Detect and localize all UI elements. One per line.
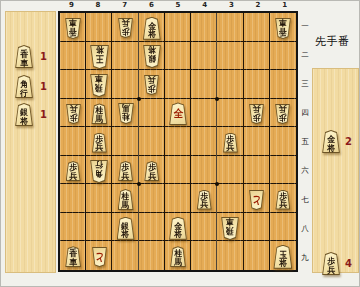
square-7b[interactable]: [112, 42, 138, 71]
square-4i[interactable]: [191, 241, 217, 270]
square-3d[interactable]: [217, 99, 243, 128]
gote-rook-8c[interactable]: 飛車: [90, 74, 108, 97]
file-label-1: 1: [275, 1, 295, 9]
square-4c[interactable]: [191, 70, 217, 99]
square-9h[interactable]: [60, 213, 86, 242]
sente-knight-7g[interactable]: 桂馬: [118, 189, 134, 210]
file-label-8: 8: [88, 1, 108, 9]
square-2b[interactable]: [244, 42, 270, 71]
rank-label-9: 九: [299, 253, 311, 263]
square-3f[interactable]: [217, 156, 243, 185]
square-1h[interactable]: [270, 213, 296, 242]
sente-hand-pawn[interactable]: 歩兵: [322, 252, 340, 275]
sente-gold-5h[interactable]: 金将: [169, 217, 187, 240]
square-6d[interactable]: [139, 99, 165, 128]
sente-gold-6a[interactable]: 金将: [143, 17, 161, 40]
sente-pawn-9f[interactable]: 歩兵: [66, 161, 81, 181]
sente-pawn-7f[interactable]: 歩兵: [118, 161, 133, 181]
square-4b[interactable]: [191, 42, 217, 71]
square-2c[interactable]: [244, 70, 270, 99]
file-label-3: 3: [221, 1, 241, 9]
square-4f[interactable]: [191, 156, 217, 185]
file-label-4: 4: [195, 1, 215, 9]
shogi-app-window: 987654321 香車歩兵金将香車王将銀将飛車歩兵歩兵桂馬桂馬全歩兵歩兵歩兵歩…: [0, 0, 360, 287]
square-3a[interactable]: [217, 13, 243, 42]
square-6h[interactable]: [139, 213, 165, 242]
square-3c[interactable]: [217, 70, 243, 99]
square-1c[interactable]: [270, 70, 296, 99]
sente-captured-tray: 金将2歩兵4: [312, 68, 359, 273]
square-4a[interactable]: [191, 13, 217, 42]
sente-knight-5i[interactable]: 桂馬: [170, 246, 186, 267]
square-2e[interactable]: [244, 127, 270, 156]
square-4h[interactable]: [191, 213, 217, 242]
file-label-6: 6: [141, 1, 161, 9]
gote-tokin-2g[interactable]: と: [249, 190, 264, 210]
gote-hand-silver-count: 1: [40, 109, 47, 120]
square-5g[interactable]: [165, 184, 191, 213]
square-6i[interactable]: [139, 241, 165, 270]
rank-label-2: 二: [299, 50, 311, 60]
sente-hand-pawn-count: 4: [345, 258, 352, 269]
square-1b[interactable]: [270, 42, 296, 71]
rank-label-4: 四: [299, 108, 311, 118]
square-5c[interactable]: [165, 70, 191, 99]
square-7c[interactable]: [112, 70, 138, 99]
square-8a[interactable]: [86, 13, 112, 42]
square-2i[interactable]: [244, 241, 270, 270]
gote-pawn-7a[interactable]: 歩兵: [118, 18, 133, 38]
square-1e[interactable]: [270, 127, 296, 156]
square-8g[interactable]: [86, 184, 112, 213]
file-label-9: 9: [61, 1, 81, 9]
sente-pawn-4g[interactable]: 歩兵: [197, 190, 212, 210]
sente-pawn-1g[interactable]: 歩兵: [275, 190, 290, 210]
sente-pawn-3e[interactable]: 歩兵: [223, 133, 238, 153]
rank-label-6: 六: [299, 166, 311, 176]
gote-hand-bishop-count: 1: [40, 81, 47, 92]
rank-label-8: 八: [299, 224, 311, 234]
square-1f[interactable]: [270, 156, 296, 185]
square-3b[interactable]: [217, 42, 243, 71]
gote-pawn-9d[interactable]: 歩兵: [66, 104, 81, 124]
square-4d[interactable]: [191, 99, 217, 128]
gote-hand-bishop[interactable]: 角行: [15, 75, 33, 98]
file-label-2: 2: [248, 1, 268, 9]
gote-lance-1a[interactable]: 香車: [275, 18, 291, 39]
gote-king-8b[interactable]: 王将: [90, 45, 109, 69]
turn-indicator: 先手番: [315, 34, 360, 49]
square-2h[interactable]: [244, 213, 270, 242]
square-5e[interactable]: [165, 127, 191, 156]
sente-promoted-silver-5d[interactable]: 全: [169, 102, 187, 125]
square-6e[interactable]: [139, 127, 165, 156]
square-2a[interactable]: [244, 13, 270, 42]
gote-knight-7d[interactable]: 桂馬: [118, 103, 134, 124]
square-8h[interactable]: [86, 213, 112, 242]
gote-lance-9a[interactable]: 香車: [65, 18, 81, 39]
gote-bishop-8f[interactable]: 角行: [90, 160, 108, 183]
sente-knight-8d[interactable]: 桂馬: [91, 103, 107, 124]
sente-pawn-8e[interactable]: 歩兵: [92, 133, 107, 153]
square-3g[interactable]: [217, 184, 243, 213]
square-5a[interactable]: [165, 13, 191, 42]
gote-silver-6b[interactable]: 銀将: [143, 45, 161, 68]
gote-tokin-8i[interactable]: と: [92, 247, 107, 267]
rank-label-7: 七: [299, 195, 311, 205]
square-9b[interactable]: [60, 42, 86, 71]
gote-pawn-1d[interactable]: 歩兵: [275, 104, 290, 124]
square-3i[interactable]: [217, 241, 243, 270]
gote-pawn-2d[interactable]: 歩兵: [249, 104, 264, 124]
gote-hand-lance-count: 1: [40, 51, 47, 62]
square-5f[interactable]: [165, 156, 191, 185]
sente-silver-7h[interactable]: 銀将: [117, 217, 135, 240]
sente-king-1i[interactable]: 玉将: [273, 245, 292, 269]
square-2f[interactable]: [244, 156, 270, 185]
square-5b[interactable]: [165, 42, 191, 71]
square-9e[interactable]: [60, 127, 86, 156]
gote-pawn-6c[interactable]: 歩兵: [144, 75, 159, 95]
file-label-7: 7: [115, 1, 135, 9]
file-label-5: 5: [168, 1, 188, 9]
shogi-board: 香車歩兵金将香車王将銀将飛車歩兵歩兵桂馬桂馬全歩兵歩兵歩兵歩兵歩兵角行歩兵歩兵桂…: [58, 11, 298, 272]
square-7e[interactable]: [112, 127, 138, 156]
gote-hand-lance[interactable]: 香車: [15, 45, 33, 68]
sente-pawn-6f[interactable]: 歩兵: [144, 161, 159, 181]
rank-label-1: 一: [299, 21, 311, 31]
square-7i[interactable]: [112, 241, 138, 270]
gote-rook-3h[interactable]: 飛車: [221, 217, 239, 240]
square-4e[interactable]: [191, 127, 217, 156]
sente-hand-gold-count: 2: [345, 136, 352, 147]
square-9c[interactable]: [60, 70, 86, 99]
sente-hand-gold[interactable]: 金将: [322, 130, 340, 153]
rank-label-5: 五: [299, 137, 311, 147]
square-6g[interactable]: [139, 184, 165, 213]
gote-captured-tray: 香車1角行1銀将1: [5, 11, 56, 273]
rank-label-3: 三: [299, 79, 311, 89]
gote-hand-silver[interactable]: 銀将: [15, 103, 33, 126]
square-9g[interactable]: [60, 184, 86, 213]
sente-lance-9i[interactable]: 香車: [65, 246, 81, 267]
